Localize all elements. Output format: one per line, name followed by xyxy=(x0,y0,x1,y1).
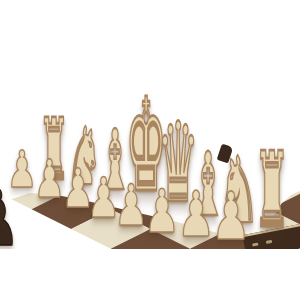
board-square[interactable] xyxy=(269,31,300,71)
board-square[interactable] xyxy=(111,0,190,31)
board-square[interactable] xyxy=(190,0,269,31)
board-square[interactable] xyxy=(111,31,190,71)
board-square[interactable] xyxy=(0,51,71,91)
photo-crop-white-band xyxy=(0,249,300,300)
board-square[interactable] xyxy=(230,90,300,130)
dark-pawn-edge[interactable]: ♟ xyxy=(0,179,22,256)
board-square[interactable] xyxy=(150,0,229,11)
board-square[interactable] xyxy=(0,71,32,111)
board-square[interactable] xyxy=(190,71,269,111)
white-rook-a1[interactable]: ♜ xyxy=(252,138,292,242)
chess-photo-scene: ♜ ♞ ♝ ♚ ♛ ♝ ♞ ♜ ♟ ♟ ♟ ♟ ♟ ♟ ♟ ♟ ♟ xyxy=(0,0,300,300)
board-square[interactable] xyxy=(32,31,111,71)
board-square[interactable] xyxy=(230,11,300,51)
white-pawn-a2[interactable]: ♟ xyxy=(209,183,253,249)
board-square[interactable] xyxy=(269,71,300,111)
board-square[interactable] xyxy=(230,51,300,91)
board-square[interactable] xyxy=(190,31,269,71)
board-square[interactable] xyxy=(71,11,150,51)
board-square[interactable] xyxy=(150,11,229,51)
